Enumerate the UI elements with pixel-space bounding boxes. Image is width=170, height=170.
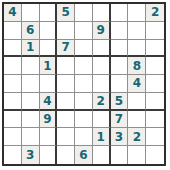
cell-r1c4-given-5[interactable]: 5: [57, 4, 75, 22]
cell-r4c1-empty[interactable]: [4, 57, 22, 75]
cell-r3c8-empty[interactable]: [128, 40, 146, 58]
cell-r1c5-empty[interactable]: [75, 4, 93, 22]
cell-r3c7-empty[interactable]: [111, 40, 129, 58]
cell-r2c5-empty[interactable]: [75, 22, 93, 40]
cell-r9c1-empty[interactable]: [4, 146, 22, 164]
cell-r1c2-empty[interactable]: [22, 4, 40, 22]
cell-r4c3-given-1[interactable]: 1: [40, 57, 58, 75]
cell-r7c6-empty[interactable]: [93, 111, 111, 129]
cell-r5c5-empty[interactable]: [75, 75, 93, 93]
sudoku-board: 45269171844259713236: [2, 2, 166, 166]
cell-r8c2-empty[interactable]: [22, 128, 40, 146]
cell-r6c2-empty[interactable]: [22, 93, 40, 111]
cell-r4c5-empty[interactable]: [75, 57, 93, 75]
cell-r1c3-empty[interactable]: [40, 4, 58, 22]
cell-r8c9-empty[interactable]: [146, 128, 164, 146]
cell-r7c5-empty[interactable]: [75, 111, 93, 129]
cell-r9c4-empty[interactable]: [57, 146, 75, 164]
cell-r7c9-empty[interactable]: [146, 111, 164, 129]
cell-r7c3-given-9[interactable]: 9: [40, 111, 58, 129]
cell-r9c3-empty[interactable]: [40, 146, 58, 164]
cell-r6c9-empty[interactable]: [146, 93, 164, 111]
cell-r3c3-empty[interactable]: [40, 40, 58, 58]
cell-r8c3-empty[interactable]: [40, 128, 58, 146]
cell-r5c4-empty[interactable]: [57, 75, 75, 93]
cell-r4c9-empty[interactable]: [146, 57, 164, 75]
cell-r7c7-given-7[interactable]: 7: [111, 111, 129, 129]
cell-r1c1-given-4[interactable]: 4: [4, 4, 22, 22]
cell-r8c4-empty[interactable]: [57, 128, 75, 146]
cell-r1c9-given-2[interactable]: 2: [146, 4, 164, 22]
cell-r4c7-empty[interactable]: [111, 57, 129, 75]
cell-r8c8-given-2[interactable]: 2: [128, 128, 146, 146]
cell-r6c4-empty[interactable]: [57, 93, 75, 111]
cell-r3c4-given-7[interactable]: 7: [57, 40, 75, 58]
cell-r5c7-empty[interactable]: [111, 75, 129, 93]
cell-r5c8-given-4[interactable]: 4: [128, 75, 146, 93]
cell-r3c1-empty[interactable]: [4, 40, 22, 58]
cell-r3c6-empty[interactable]: [93, 40, 111, 58]
cell-r1c6-empty[interactable]: [93, 4, 111, 22]
cell-r8c7-given-3[interactable]: 3: [111, 128, 129, 146]
cell-r6c8-empty[interactable]: [128, 93, 146, 111]
cell-r5c6-empty[interactable]: [93, 75, 111, 93]
cell-r2c8-empty[interactable]: [128, 22, 146, 40]
cell-r4c2-empty[interactable]: [22, 57, 40, 75]
cell-r9c9-empty[interactable]: [146, 146, 164, 164]
cell-r7c4-empty[interactable]: [57, 111, 75, 129]
cell-r2c7-empty[interactable]: [111, 22, 129, 40]
cell-r9c2-given-3[interactable]: 3: [22, 146, 40, 164]
cell-r9c5-given-6[interactable]: 6: [75, 146, 93, 164]
cell-r4c4-empty[interactable]: [57, 57, 75, 75]
cell-r2c6-given-9[interactable]: 9: [93, 22, 111, 40]
cell-r8c6-given-1[interactable]: 1: [93, 128, 111, 146]
cell-r9c6-empty[interactable]: [93, 146, 111, 164]
cell-r7c1-empty[interactable]: [4, 111, 22, 129]
cell-r2c9-empty[interactable]: [146, 22, 164, 40]
cell-r2c4-empty[interactable]: [57, 22, 75, 40]
cell-r9c8-empty[interactable]: [128, 146, 146, 164]
cell-r9c7-empty[interactable]: [111, 146, 129, 164]
cell-r5c2-empty[interactable]: [22, 75, 40, 93]
cell-r8c5-empty[interactable]: [75, 128, 93, 146]
cell-r6c1-empty[interactable]: [4, 93, 22, 111]
cell-r7c8-empty[interactable]: [128, 111, 146, 129]
cell-r6c6-given-2[interactable]: 2: [93, 93, 111, 111]
cell-r1c7-empty[interactable]: [111, 4, 129, 22]
cell-r5c1-empty[interactable]: [4, 75, 22, 93]
cell-r2c3-empty[interactable]: [40, 22, 58, 40]
cell-r2c1-empty[interactable]: [4, 22, 22, 40]
cell-r5c3-empty[interactable]: [40, 75, 58, 93]
cell-r4c6-empty[interactable]: [93, 57, 111, 75]
cell-r3c9-empty[interactable]: [146, 40, 164, 58]
cell-r8c1-empty[interactable]: [4, 128, 22, 146]
cell-r3c5-empty[interactable]: [75, 40, 93, 58]
cell-r5c9-empty[interactable]: [146, 75, 164, 93]
cell-r6c3-given-4[interactable]: 4: [40, 93, 58, 111]
cell-r1c8-empty[interactable]: [128, 4, 146, 22]
cell-r4c8-given-8[interactable]: 8: [128, 57, 146, 75]
cell-r6c7-given-5[interactable]: 5: [111, 93, 129, 111]
cell-r3c2-given-1[interactable]: 1: [22, 40, 40, 58]
cell-r2c2-given-6[interactable]: 6: [22, 22, 40, 40]
cell-r7c2-empty[interactable]: [22, 111, 40, 129]
cell-r6c5-empty[interactable]: [75, 93, 93, 111]
